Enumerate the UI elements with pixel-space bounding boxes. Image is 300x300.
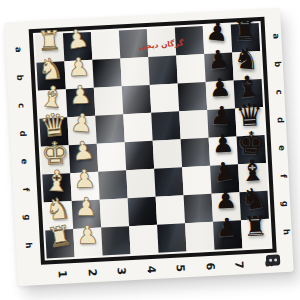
square[interactable] xyxy=(120,57,149,86)
white-pawn[interactable]: ♟ xyxy=(61,23,93,55)
white-pawn[interactable]: ♟ xyxy=(73,221,102,250)
square[interactable] xyxy=(92,58,121,87)
square[interactable] xyxy=(179,110,208,139)
square[interactable] xyxy=(157,223,186,252)
black-rook[interactable]: ♜ xyxy=(241,212,270,241)
square[interactable] xyxy=(154,167,183,196)
file-letter: a xyxy=(262,27,291,44)
square[interactable] xyxy=(185,222,214,251)
chess-board: ♜♟♟♜♞♟♟♞♝♟♟♝♛♟♟♛♚♟♟♚♝♟♟♝♞♟♟♞♜♟♟♜ 1234567… xyxy=(4,8,293,286)
square[interactable] xyxy=(181,138,210,167)
square[interactable] xyxy=(95,114,124,143)
black-pawn[interactable]: ♟ xyxy=(205,73,234,102)
square[interactable] xyxy=(101,226,130,255)
square[interactable] xyxy=(176,54,205,83)
photo-background: ♜♟♟♜♞♟♟♞♝♟♟♝♛♟♟♛♚♟♟♚♝♟♟♝♞♟♟♞♜♟♟♜ 1234567… xyxy=(0,0,300,300)
black-pawn[interactable]: ♟ xyxy=(203,45,234,76)
square[interactable] xyxy=(126,169,155,198)
square[interactable] xyxy=(122,85,151,114)
white-pawn[interactable]: ♟ xyxy=(70,165,99,194)
white-pawn[interactable]: ♟ xyxy=(67,108,97,138)
square[interactable] xyxy=(100,198,129,227)
square[interactable] xyxy=(178,82,207,111)
square[interactable] xyxy=(91,30,120,59)
file-letter: g xyxy=(271,195,300,212)
square[interactable] xyxy=(128,197,157,226)
logo-dot xyxy=(269,259,272,262)
black-pawn[interactable]: ♟ xyxy=(208,129,237,158)
square[interactable]: ♟ xyxy=(213,220,242,249)
square[interactable] xyxy=(98,170,127,199)
square[interactable] xyxy=(151,111,180,140)
board-frame: ♜♟♟♜♞♟♟♞♝♟♟♝♛♟♟♛♚♟♟♚♝♟♟♝♞♟♟♞♜♟♟♜ xyxy=(29,17,277,265)
logo-dot xyxy=(274,258,277,261)
white-pawn[interactable]: ♟ xyxy=(72,193,101,222)
square[interactable] xyxy=(94,86,123,115)
file-letter: f xyxy=(269,167,298,184)
square[interactable] xyxy=(184,194,213,223)
file-letter: h xyxy=(272,223,300,240)
square[interactable]: ♜ xyxy=(45,229,74,258)
black-pawn[interactable]: ♟ xyxy=(213,213,242,242)
white-rook[interactable]: ♜ xyxy=(43,221,75,253)
square[interactable] xyxy=(150,83,179,112)
square[interactable] xyxy=(97,142,126,171)
corner-logo xyxy=(266,254,281,266)
square[interactable] xyxy=(148,55,177,84)
white-pawn[interactable]: ♟ xyxy=(64,53,93,82)
square[interactable] xyxy=(182,166,211,195)
square[interactable] xyxy=(156,195,185,224)
black-pawn[interactable]: ♟ xyxy=(202,17,232,47)
square[interactable]: ♜ xyxy=(241,219,270,248)
white-pawn[interactable]: ♟ xyxy=(68,136,99,167)
board-grid: ♜♟♟♜♞♟♟♞♝♟♟♝♛♟♟♛♚♟♟♚♝♟♟♝♞♟♟♞♜♟♟♜ xyxy=(35,23,270,258)
black-pawn[interactable]: ♟ xyxy=(207,102,236,131)
file-letter: c xyxy=(265,83,294,100)
square[interactable] xyxy=(123,113,152,142)
black-pawn[interactable]: ♟ xyxy=(211,185,240,214)
square[interactable] xyxy=(129,225,158,254)
file-letter: e xyxy=(268,139,297,156)
square[interactable]: ♟ xyxy=(73,228,102,257)
file-letter: d xyxy=(266,111,295,128)
file-letter: b xyxy=(263,55,292,72)
square[interactable] xyxy=(125,141,154,170)
square[interactable] xyxy=(153,139,182,168)
white-pawn[interactable]: ♟ xyxy=(65,81,94,110)
black-pawn[interactable]: ♟ xyxy=(208,156,240,188)
